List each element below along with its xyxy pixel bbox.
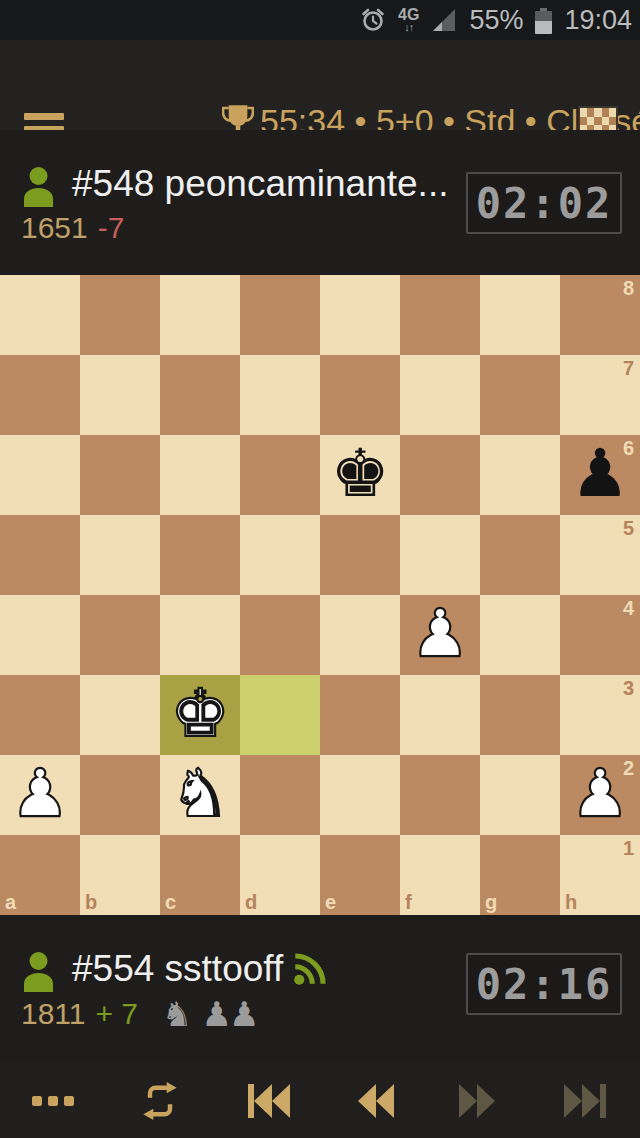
square-b7[interactable]	[80, 355, 160, 435]
file-label-b: b	[85, 891, 97, 914]
opponent-name[interactable]: #548 peoncaminante...	[72, 163, 448, 205]
square-f6[interactable]	[400, 435, 480, 515]
piece-white-knight-c2[interactable]: ♞	[160, 755, 240, 835]
piece-white-king-c3[interactable]: ♚	[160, 675, 240, 755]
signal-icon	[431, 7, 457, 33]
piece-white-pawn-h2[interactable]: ♟	[560, 755, 640, 835]
square-d1[interactable]: d	[240, 835, 320, 915]
opponent-clock: 02:02	[466, 172, 622, 234]
captured-pawn-icon: ♟	[202, 997, 232, 1031]
square-b8[interactable]	[80, 275, 160, 355]
square-d4[interactable]	[240, 595, 320, 675]
square-f3[interactable]	[400, 675, 480, 755]
rank-label-1: 1	[623, 837, 634, 860]
piece-white-pawn-a2[interactable]: ♟	[0, 755, 80, 835]
rank-label-3: 3	[623, 677, 634, 700]
square-e2[interactable]	[320, 755, 400, 835]
square-a1[interactable]: a	[0, 835, 80, 915]
square-c7[interactable]	[160, 355, 240, 435]
flip-board-icon[interactable]	[139, 1081, 181, 1121]
square-e6[interactable]: ♚	[320, 435, 400, 515]
rank-label-4: 4	[623, 597, 634, 620]
battery-icon	[535, 8, 552, 34]
square-e3[interactable]	[320, 675, 400, 755]
status-time: 19:04	[564, 5, 632, 36]
square-g4[interactable]	[480, 595, 560, 675]
square-b3[interactable]	[80, 675, 160, 755]
square-d6[interactable]	[240, 435, 320, 515]
square-g3[interactable]	[480, 675, 560, 755]
player-name[interactable]: #554 ssttooff	[72, 948, 327, 990]
file-label-a: a	[5, 891, 16, 914]
square-d7[interactable]	[240, 355, 320, 435]
file-label-c: c	[165, 891, 176, 914]
square-d8[interactable]	[240, 275, 320, 355]
square-e7[interactable]	[320, 355, 400, 435]
last-move-icon[interactable]	[562, 1082, 608, 1120]
rank-label-7: 7	[623, 357, 634, 380]
status-bar: 4G ↓↑ 55% 19:04	[0, 0, 640, 40]
square-f4[interactable]: ♟	[400, 595, 480, 675]
square-d5[interactable]	[240, 515, 320, 595]
square-g8[interactable]	[480, 275, 560, 355]
bottom-toolbar	[0, 1063, 640, 1138]
player-rating-change: + 7	[96, 997, 139, 1031]
square-e4[interactable]	[320, 595, 400, 675]
file-label-h: h	[565, 891, 577, 914]
square-h3[interactable]: 3	[560, 675, 640, 755]
captured-pawn-icon: ♟	[229, 997, 259, 1031]
square-g1[interactable]: g	[480, 835, 560, 915]
square-a2[interactable]: ♟	[0, 755, 80, 835]
square-g5[interactable]	[480, 515, 560, 595]
square-e5[interactable]	[320, 515, 400, 595]
file-label-d: d	[245, 891, 257, 914]
square-c6[interactable]	[160, 435, 240, 515]
square-c4[interactable]	[160, 595, 240, 675]
square-b4[interactable]	[80, 595, 160, 675]
board[interactable]: 87♚6♟5♟4♚3♟♞2♟abcdefgh1	[0, 275, 640, 915]
square-a7[interactable]	[0, 355, 80, 435]
square-d2[interactable]	[240, 755, 320, 835]
network-4g-icon: 4G ↓↑	[398, 7, 419, 33]
previous-move-icon[interactable]	[356, 1082, 394, 1120]
captured-knight-icon: ♞	[162, 997, 192, 1031]
square-c3[interactable]: ♚	[160, 675, 240, 755]
square-e1[interactable]: e	[320, 835, 400, 915]
square-a6[interactable]	[0, 435, 80, 515]
square-g2[interactable]	[480, 755, 560, 835]
rank-label-8: 8	[623, 277, 634, 300]
square-b5[interactable]	[80, 515, 160, 595]
square-c2[interactable]: ♞	[160, 755, 240, 835]
square-f7[interactable]	[400, 355, 480, 435]
player-clock: 02:16	[466, 953, 622, 1015]
opponent-rating: 1651	[21, 211, 88, 245]
square-g7[interactable]	[480, 355, 560, 435]
square-h7[interactable]: 7	[560, 355, 640, 435]
square-h4[interactable]: 4	[560, 595, 640, 675]
file-label-f: f	[405, 891, 412, 914]
square-c8[interactable]	[160, 275, 240, 355]
square-c5[interactable]	[160, 515, 240, 595]
square-b1[interactable]: b	[80, 835, 160, 915]
next-move-icon[interactable]	[459, 1082, 497, 1120]
opponent-online-icon	[20, 166, 57, 207]
first-move-icon[interactable]	[246, 1082, 292, 1120]
piece-white-pawn-f4[interactable]: ♟	[400, 595, 480, 675]
square-a4[interactable]	[0, 595, 80, 675]
square-f2[interactable]	[400, 755, 480, 835]
app-bar: 55:34 • 5+0 • Std • Classé	[0, 40, 640, 130]
alarm-icon	[360, 7, 386, 33]
battery-percent: 55%	[469, 5, 523, 36]
square-b2[interactable]	[80, 755, 160, 835]
file-label-g: g	[485, 891, 497, 914]
square-h2[interactable]: 2♟	[560, 755, 640, 835]
square-h6[interactable]: 6♟	[560, 435, 640, 515]
file-label-e: e	[325, 891, 336, 914]
opponent-rating-row: 1651 -7	[21, 211, 124, 245]
square-e8[interactable]	[320, 275, 400, 355]
square-f1[interactable]: f	[400, 835, 480, 915]
player-rating: 1811	[21, 997, 86, 1031]
captured-pieces: ♞♟♟	[162, 997, 259, 1031]
square-h5[interactable]: 5	[560, 515, 640, 595]
square-h8[interactable]: 8	[560, 275, 640, 355]
more-options-icon[interactable]	[32, 1096, 74, 1106]
piece-black-pawn-h6[interactable]: ♟	[560, 435, 640, 515]
square-h1[interactable]: h1	[560, 835, 640, 915]
square-d3[interactable]	[240, 675, 320, 755]
player-online-icon	[20, 951, 57, 992]
square-g6[interactable]	[480, 435, 560, 515]
broadcast-icon	[293, 952, 327, 986]
square-b6[interactable]	[80, 435, 160, 515]
piece-black-king-e6[interactable]: ♚	[320, 435, 400, 515]
player-rating-row: 1811 + 7 ♞♟♟	[21, 997, 260, 1031]
square-c1[interactable]: c	[160, 835, 240, 915]
square-f5[interactable]	[400, 515, 480, 595]
square-f8[interactable]	[400, 275, 480, 355]
opponent-rating-change: -7	[98, 211, 125, 245]
square-a8[interactable]	[0, 275, 80, 355]
rank-label-5: 5	[623, 517, 634, 540]
square-a5[interactable]	[0, 515, 80, 595]
square-a3[interactable]	[0, 675, 80, 755]
